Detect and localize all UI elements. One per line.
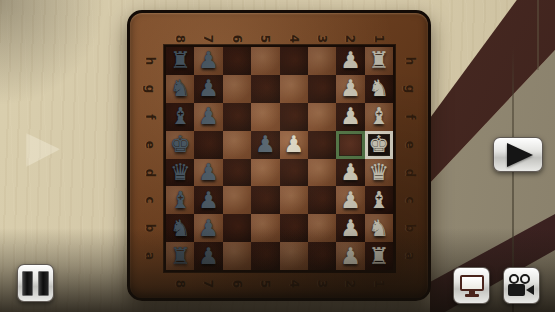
plank-seam <box>537 0 539 70</box>
square-c7[interactable]: ♟ <box>194 186 222 214</box>
file-labels-left: hgfedcba <box>139 47 161 270</box>
square-f1[interactable]: ♝ <box>365 103 393 131</box>
coord-label-d: d <box>396 161 424 183</box>
chess-board-frame: 87654321 87654321 hgfedcba hgfedcba ♜♟♟♜… <box>127 10 431 301</box>
piece-black-pawn: ♟ <box>198 49 219 72</box>
piece-white-pawn: ♟ <box>340 49 361 72</box>
square-g5[interactable] <box>251 75 279 103</box>
square-f4[interactable] <box>280 103 308 131</box>
coord-label-1: 1 <box>367 270 391 298</box>
square-e5[interactable]: ♟ <box>251 131 279 159</box>
piece-black-king: ♚ <box>170 133 191 156</box>
square-f2[interactable]: ♟ <box>336 103 364 131</box>
play-icon <box>507 143 533 167</box>
coord-label-g: g <box>396 78 424 100</box>
square-h1[interactable]: ♜ <box>365 47 393 75</box>
square-e8[interactable]: ♚ <box>166 131 194 159</box>
square-a1[interactable]: ♜ <box>365 242 393 270</box>
video-camera-icon <box>508 274 535 298</box>
square-a3[interactable] <box>308 242 336 270</box>
square-b1[interactable]: ♞ <box>365 214 393 242</box>
piece-white-queen: ♛ <box>369 161 390 184</box>
square-a5[interactable] <box>251 242 279 270</box>
pause-icon <box>38 271 49 296</box>
piece-white-pawn: ♟ <box>340 77 361 100</box>
square-f7[interactable]: ♟ <box>194 103 222 131</box>
square-h7[interactable]: ♟ <box>194 47 222 75</box>
piece-black-knight: ♞ <box>170 217 191 240</box>
square-d6[interactable] <box>223 159 251 187</box>
piece-white-pawn: ♟ <box>283 133 304 156</box>
square-a7[interactable]: ♟ <box>194 242 222 270</box>
coord-label-7: 7 <box>197 270 221 298</box>
square-a8[interactable]: ♜ <box>166 242 194 270</box>
square-h4[interactable] <box>280 47 308 75</box>
coord-label-a: a <box>396 245 424 267</box>
square-f3[interactable] <box>308 103 336 131</box>
piece-white-bishop: ♝ <box>369 105 390 128</box>
square-f5[interactable] <box>251 103 279 131</box>
file-labels-right: hgfedcba <box>399 47 421 270</box>
piece-black-pawn: ♟ <box>198 217 219 240</box>
coord-label-4: 4 <box>282 270 306 298</box>
coord-label-8: 8 <box>168 270 192 298</box>
piece-black-pawn: ♟ <box>198 77 219 100</box>
piece-white-knight: ♞ <box>369 77 390 100</box>
square-d3[interactable] <box>308 159 336 187</box>
square-g6[interactable] <box>223 75 251 103</box>
coord-label-e: e <box>396 134 424 156</box>
coord-label-h: h <box>136 50 164 72</box>
square-c3[interactable] <box>308 186 336 214</box>
game-screen: 87654321 87654321 hgfedcba hgfedcba ♜♟♟♜… <box>0 0 555 312</box>
coord-label-f: f <box>396 106 424 128</box>
square-d4[interactable] <box>280 159 308 187</box>
square-h5[interactable] <box>251 47 279 75</box>
coord-label-e: e <box>136 134 164 156</box>
pause-icon <box>22 271 33 296</box>
display-button[interactable] <box>453 267 490 304</box>
square-h8[interactable]: ♜ <box>166 47 194 75</box>
square-c2[interactable]: ♟ <box>336 186 364 214</box>
square-e6[interactable] <box>223 131 251 159</box>
piece-white-pawn: ♟ <box>340 245 361 268</box>
square-g1[interactable]: ♞ <box>365 75 393 103</box>
square-g8[interactable]: ♞ <box>166 75 194 103</box>
square-c1[interactable]: ♝ <box>365 186 393 214</box>
piece-black-bishop: ♝ <box>170 105 191 128</box>
piece-black-bishop: ♝ <box>170 189 191 212</box>
square-d2[interactable]: ♟ <box>336 159 364 187</box>
piece-white-pawn: ♟ <box>340 189 361 212</box>
piece-black-pawn: ♟ <box>255 133 276 156</box>
piece-white-pawn: ♟ <box>340 161 361 184</box>
square-e3[interactable] <box>308 131 336 159</box>
pause-button[interactable] <box>17 264 54 302</box>
square-a4[interactable] <box>280 242 308 270</box>
coord-label-5: 5 <box>253 270 277 298</box>
square-e7[interactable] <box>194 131 222 159</box>
square-g2[interactable]: ♟ <box>336 75 364 103</box>
piece-white-rook: ♜ <box>369 49 390 72</box>
square-a6[interactable] <box>223 242 251 270</box>
square-b5[interactable] <box>251 214 279 242</box>
square-h3[interactable] <box>308 47 336 75</box>
coord-label-6: 6 <box>225 270 249 298</box>
piece-black-rook: ♜ <box>170 49 191 72</box>
square-c4[interactable] <box>280 186 308 214</box>
piece-white-knight: ♞ <box>369 217 390 240</box>
coord-label-b: b <box>396 217 424 239</box>
camera-button[interactable] <box>503 267 540 304</box>
coord-label-c: c <box>396 189 424 211</box>
coord-label-c: c <box>136 189 164 211</box>
piece-black-pawn: ♟ <box>198 161 219 184</box>
piece-white-pawn: ♟ <box>340 105 361 128</box>
square-c8[interactable]: ♝ <box>166 186 194 214</box>
square-d8[interactable]: ♛ <box>166 159 194 187</box>
square-e4[interactable]: ♟ <box>280 131 308 159</box>
square-g7[interactable]: ♟ <box>194 75 222 103</box>
square-h2[interactable]: ♟ <box>336 47 364 75</box>
coord-label-2: 2 <box>338 270 362 298</box>
square-f6[interactable] <box>223 103 251 131</box>
square-d1[interactable]: ♛ <box>365 159 393 187</box>
coord-label-3: 3 <box>310 270 334 298</box>
monitor-icon <box>460 275 484 291</box>
square-b7[interactable]: ♟ <box>194 214 222 242</box>
piece-black-knight: ♞ <box>170 77 191 100</box>
square-b8[interactable]: ♞ <box>166 214 194 242</box>
piece-black-pawn: ♟ <box>198 105 219 128</box>
square-b6[interactable] <box>223 214 251 242</box>
square-d5[interactable] <box>251 159 279 187</box>
square-f8[interactable]: ♝ <box>166 103 194 131</box>
square-b3[interactable] <box>308 214 336 242</box>
piece-white-rook: ♜ <box>369 245 390 268</box>
coord-label-a: a <box>136 245 164 267</box>
chess-board[interactable]: ♜♟♟♜♞♟♟♞♝♟♟♝♚♟♟♚♛♟♟♛♝♟♟♝♞♟♟♞♜♟♟♜ <box>164 45 395 272</box>
play-button[interactable] <box>493 137 543 172</box>
coord-label-h: h <box>396 50 424 72</box>
square-a2[interactable]: ♟ <box>336 242 364 270</box>
coord-label-d: d <box>136 161 164 183</box>
rank-labels-bottom: 87654321 <box>166 272 393 296</box>
square-c5[interactable] <box>251 186 279 214</box>
square-e2[interactable] <box>336 131 364 159</box>
square-h6[interactable] <box>223 47 251 75</box>
piece-black-pawn: ♟ <box>198 189 219 212</box>
square-c6[interactable] <box>223 186 251 214</box>
coord-label-f: f <box>136 106 164 128</box>
square-g3[interactable] <box>308 75 336 103</box>
piece-white-pawn: ♟ <box>340 217 361 240</box>
square-g4[interactable] <box>280 75 308 103</box>
square-b2[interactable]: ♟ <box>336 214 364 242</box>
piece-black-rook: ♜ <box>170 245 191 268</box>
square-e1[interactable]: ♚ <box>365 131 393 159</box>
piece-white-bishop: ♝ <box>369 189 390 212</box>
piece-black-pawn: ♟ <box>198 245 219 268</box>
square-b4[interactable] <box>280 214 308 242</box>
piece-white-king: ♚ <box>369 133 390 156</box>
piece-black-queen: ♛ <box>170 161 191 184</box>
square-d7[interactable]: ♟ <box>194 159 222 187</box>
coord-label-b: b <box>136 217 164 239</box>
coord-label-g: g <box>136 78 164 100</box>
